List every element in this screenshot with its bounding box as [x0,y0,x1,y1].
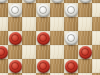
square-c6-r2[interactable] [78,17,92,31]
checker-red-c1-r3[interactable] [9,32,22,45]
square-c2-r4[interactable] [22,45,36,59]
square-c6-r3[interactable] [78,31,92,45]
square-c7-r3[interactable] [92,31,100,45]
square-c3-r4[interactable] [36,45,50,59]
square-c0-r1[interactable] [0,3,8,17]
square-c0-r5[interactable] [0,59,8,73]
square-c6-r1[interactable] [78,3,92,17]
square-c2-r6[interactable] [22,73,36,75]
checker-red-c1-r5[interactable] [9,60,22,73]
square-c6-r5[interactable] [78,59,92,73]
square-c4-r1[interactable] [50,3,64,17]
square-c4-r3[interactable] [50,31,64,45]
square-c2-r2[interactable] [22,17,36,31]
checker-red-c5-r5[interactable] [65,60,78,73]
checker-white-c5-r1[interactable] [65,4,78,17]
square-c2-r5[interactable] [22,59,36,73]
checker-red-c3-r5[interactable] [37,60,50,73]
checker-white-c3-r1[interactable] [37,4,50,17]
square-c5-r2[interactable] [64,17,78,31]
square-c5-r6[interactable] [64,73,78,75]
square-c7-r1[interactable] [92,3,100,17]
square-c7-r2[interactable] [92,17,100,31]
checker-red-c0-r4[interactable] [0,46,8,59]
square-c5-r4[interactable] [64,45,78,59]
square-c1-r4[interactable] [8,45,22,59]
square-c0-r2[interactable] [0,17,8,31]
checker-white-c1-r1[interactable] [9,4,22,17]
square-c0-r3[interactable] [0,31,8,45]
square-c4-r6[interactable] [50,73,64,75]
square-c3-r6[interactable] [36,73,50,75]
square-c4-r4[interactable] [50,45,64,59]
square-c6-r6[interactable] [78,73,92,75]
checker-red-c3-r3[interactable] [37,32,50,45]
square-c1-r2[interactable] [8,17,22,31]
checkers-board [0,0,100,75]
square-c4-r2[interactable] [50,17,64,31]
square-c7-r5[interactable] [92,59,100,73]
square-c2-r3[interactable] [22,31,36,45]
square-c7-r6[interactable] [92,73,100,75]
square-c4-r5[interactable] [50,59,64,73]
square-c1-r6[interactable] [8,73,22,75]
checker-red-c6-r4[interactable] [79,46,92,59]
square-c3-r2[interactable] [36,17,50,31]
checker-white-c5-r3[interactable] [65,32,78,45]
square-c7-r4[interactable] [92,45,100,59]
square-c2-r1[interactable] [22,3,36,17]
square-c0-r6[interactable] [0,73,8,75]
